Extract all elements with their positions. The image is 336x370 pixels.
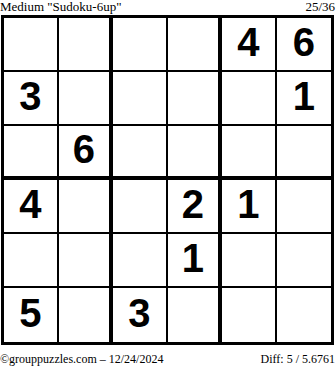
cell-r5c5-empty[interactable] [222,234,277,288]
cells-remaining-counter: 25/36 [305,0,335,14]
cell-r6c2-empty[interactable] [59,288,114,342]
cell-r5c6-empty[interactable] [277,234,332,288]
given-digit: 6 [293,20,315,65]
cell-r5c2-empty[interactable] [59,234,114,288]
cell-r2c5-empty[interactable] [222,72,277,126]
given-digit: 2 [182,182,204,227]
header: Medium "Sudoku-6up" 25/36 [0,0,335,14]
cell-r5c1-empty[interactable] [4,234,59,288]
sudoku-board: 46316421153 [1,15,334,345]
cell-r4c3-empty[interactable] [113,180,168,234]
given-digit: 5 [19,291,41,336]
cell-r1c5-given[interactable]: 4 [222,18,277,72]
given-digit: 3 [128,291,150,336]
cell-r3c3-empty[interactable] [113,126,168,180]
cell-r6c3-given[interactable]: 3 [113,288,168,342]
cell-r6c5-empty[interactable] [222,288,277,342]
copyright-credit: ©grouppuzzles.com – 12/24/2024 [0,352,163,366]
puzzle-title: Medium "Sudoku-6up" [0,0,121,14]
given-digit: 4 [19,182,41,227]
given-digit: 3 [19,74,41,119]
cell-r2c2-empty[interactable] [59,72,114,126]
given-digit: 1 [293,74,315,119]
cell-r1c2-empty[interactable] [59,18,114,72]
cell-r6c4-empty[interactable] [168,288,223,342]
cell-r4c6-empty[interactable] [277,180,332,234]
cell-r1c1-empty[interactable] [4,18,59,72]
cell-r2c3-empty[interactable] [113,72,168,126]
given-digit: 1 [237,182,259,227]
cell-r2c6-given[interactable]: 1 [277,72,332,126]
cell-r1c4-empty[interactable] [168,18,223,72]
cell-r6c6-empty[interactable] [277,288,332,342]
cell-r4c5-given[interactable]: 1 [222,180,277,234]
cell-r4c1-given[interactable]: 4 [4,180,59,234]
cell-r3c2-given[interactable]: 6 [59,126,114,180]
cell-r3c1-empty[interactable] [4,126,59,180]
difficulty-label: Diff: 5 / 5.6761 [261,352,335,366]
given-digit: 4 [237,20,259,65]
cell-r4c4-given[interactable]: 2 [168,180,223,234]
footer: ©grouppuzzles.com – 12/24/2024 Diff: 5 /… [0,352,335,366]
given-digit: 1 [182,236,204,281]
cell-r2c4-empty[interactable] [168,72,223,126]
cell-r5c4-given[interactable]: 1 [168,234,223,288]
cell-r6c1-given[interactable]: 5 [4,288,59,342]
cell-r3c5-empty[interactable] [222,126,277,180]
cell-r5c3-empty[interactable] [113,234,168,288]
cell-r3c6-empty[interactable] [277,126,332,180]
cell-r1c3-empty[interactable] [113,18,168,72]
given-digit: 6 [73,127,95,172]
cell-r1c6-given[interactable]: 6 [277,18,332,72]
cell-r2c1-given[interactable]: 3 [4,72,59,126]
cell-r4c2-empty[interactable] [59,180,114,234]
cell-r3c4-empty[interactable] [168,126,223,180]
